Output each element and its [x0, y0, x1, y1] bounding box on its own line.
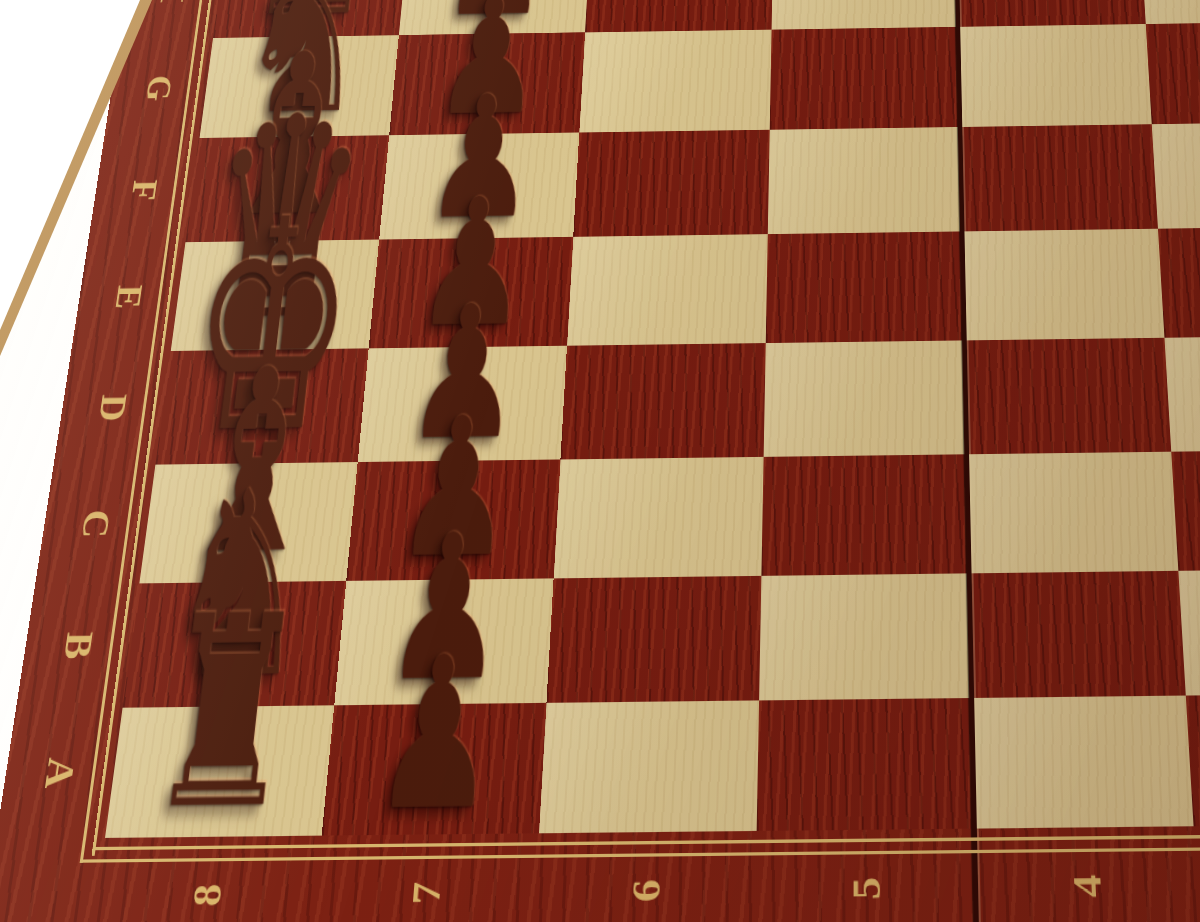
square-e5: [766, 231, 965, 343]
square-e3: [1158, 226, 1200, 338]
square-g6: [579, 30, 771, 133]
board-photo: ♜♟♞♟♝♟♛♟♚♟♝♟♞♟♜♟ HGFEDCBA876543: [0, 0, 1200, 922]
rank-label-6: 6: [621, 879, 669, 902]
square-h5: [772, 0, 959, 30]
square-a4: [972, 696, 1193, 829]
file-label-A: A: [35, 757, 86, 789]
square-c6: [554, 457, 764, 579]
square-g3: [1146, 21, 1200, 124]
rank-label-5: 5: [842, 877, 890, 900]
square-h4: [957, 0, 1146, 27]
square-d5: [764, 340, 968, 456]
black-rook-a8: ♜: [140, 593, 312, 833]
square-f6: [573, 130, 769, 237]
square-a6: [539, 700, 759, 833]
square-h6: [585, 0, 773, 32]
rank-label-7: 7: [401, 881, 450, 904]
square-f4: [961, 124, 1158, 231]
file-label-F: F: [122, 179, 166, 201]
square-f5: [768, 127, 963, 234]
square-c4: [967, 452, 1178, 574]
rank-label-8: 8: [182, 884, 232, 907]
square-g5: [770, 27, 961, 130]
square-b6: [546, 576, 761, 703]
square-d4: [965, 338, 1171, 455]
square-b5: [759, 573, 972, 700]
square-a5: [757, 698, 975, 831]
squares-grid: ♜♟♞♟♝♟♛♟♚♟♝♟♞♟♜♟: [105, 0, 1200, 838]
square-g4: [958, 24, 1151, 127]
square-e4: [963, 229, 1165, 341]
square-e6: [567, 234, 768, 346]
square-c5: [761, 454, 969, 576]
file-label-D: D: [89, 394, 136, 422]
rank-label-4: 4: [1062, 874, 1111, 897]
square-h3: [1140, 0, 1200, 24]
file-label-G: G: [137, 75, 181, 102]
file-label-B: B: [54, 631, 103, 659]
square-d6: [560, 343, 765, 459]
file-label-H: H: [152, 0, 195, 3]
square-d3: [1164, 335, 1200, 452]
square-a7: ♟: [322, 703, 547, 836]
chessboard: ♜♟♞♟♝♟♛♟♚♟♝♟♞♟♜♟ HGFEDCBA876543: [0, 0, 1200, 922]
square-a8: ♜: [105, 705, 334, 838]
file-label-C: C: [72, 509, 120, 538]
square-f3: [1152, 121, 1200, 228]
black-pawn-a7: ♟: [369, 640, 505, 831]
file-label-E: E: [106, 284, 152, 309]
square-b4: [970, 571, 1186, 698]
